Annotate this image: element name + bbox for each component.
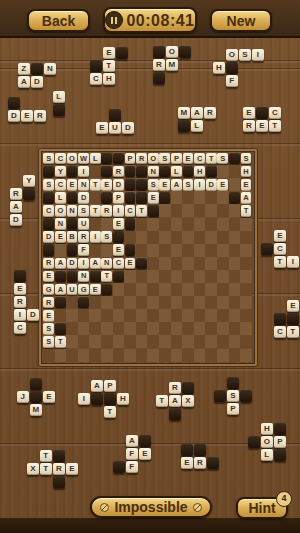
placed-letter-tile[interactable]: S	[148, 179, 159, 191]
piece-letter-tile[interactable]: T	[40, 450, 52, 462]
piece-letter-tile[interactable]: I	[287, 256, 299, 268]
placed-letter-tile[interactable]: S	[159, 153, 170, 165]
placed-black-tile[interactable]	[136, 258, 147, 270]
piece-letter-tile[interactable]: L	[53, 91, 65, 103]
board-cell	[229, 270, 241, 283]
board-cell	[229, 296, 241, 309]
placed-black-tile[interactable]	[55, 297, 66, 309]
board-cell	[205, 283, 217, 296]
placed-black-tile[interactable]	[125, 244, 136, 256]
placed-letter-tile[interactable]: S	[43, 323, 54, 335]
placed-letter-tile[interactable]: O	[55, 205, 66, 217]
placed-letter-tile[interactable]: A	[171, 179, 182, 191]
placed-letter-tile[interactable]: E	[113, 244, 124, 256]
hint-button[interactable]: Hint 4	[236, 497, 288, 519]
piece-black-tile[interactable]	[178, 120, 190, 132]
piece-letter-tile[interactable]: M	[178, 107, 190, 119]
placed-letter-tile[interactable]: H	[241, 166, 252, 178]
placed-black-tile[interactable]	[125, 179, 136, 191]
piece-letter-tile[interactable]: S	[239, 49, 251, 61]
piece-letter-tile[interactable]: R	[34, 110, 46, 122]
placed-letter-tile[interactable]: N	[67, 205, 78, 217]
placed-letter-tile[interactable]: E	[148, 192, 159, 204]
placed-letter-tile[interactable]: L	[171, 166, 182, 178]
placed-black-tile[interactable]	[136, 166, 147, 178]
piece-letter-tile[interactable]: C	[269, 107, 281, 119]
board-cell	[182, 296, 194, 309]
placed-letter-tile[interactable]: E	[90, 284, 101, 296]
piece-letter-tile[interactable]: R	[204, 107, 216, 119]
new-button[interactable]: New	[210, 9, 272, 32]
placed-letter-tile[interactable]: E	[183, 153, 194, 165]
piece-letter-tile[interactable]: X	[27, 463, 39, 475]
placed-letter-tile[interactable]: P	[171, 153, 182, 165]
placed-black-tile[interactable]	[101, 153, 112, 165]
placed-letter-tile[interactable]: S	[43, 336, 54, 348]
piece-black-tile[interactable]	[91, 393, 103, 405]
placed-letter-tile[interactable]: L	[55, 192, 66, 204]
placed-letter-tile[interactable]: C	[194, 153, 205, 165]
placed-black-tile[interactable]	[67, 192, 78, 204]
piece-letter-tile[interactable]: D	[8, 110, 20, 122]
board-cell	[101, 218, 113, 231]
placed-letter-tile[interactable]: S	[78, 205, 89, 217]
placed-letter-tile[interactable]: I	[78, 166, 89, 178]
placed-letter-tile[interactable]: A	[55, 258, 66, 270]
piece-letter-tile[interactable]: H	[103, 73, 115, 85]
placed-black-tile[interactable]	[43, 218, 54, 230]
piece-letter-tile[interactable]: I	[252, 49, 264, 61]
back-button[interactable]: Back	[27, 9, 90, 32]
placed-letter-tile[interactable]: T	[55, 336, 66, 348]
piece-letter-tile[interactable]: E	[21, 110, 33, 122]
placed-letter-tile[interactable]: D	[113, 179, 124, 191]
piece-letter-tile[interactable]: E	[139, 448, 151, 460]
placed-letter-tile[interactable]: H	[194, 166, 205, 178]
placed-letter-tile[interactable]: N	[55, 218, 66, 230]
piece-black-tile[interactable]	[116, 47, 128, 59]
board-cell	[194, 204, 206, 217]
placed-letter-tile[interactable]: W	[78, 153, 89, 165]
board-cell	[43, 349, 55, 362]
placed-black-tile[interactable]	[125, 218, 136, 230]
piece-black-tile[interactable]	[227, 377, 239, 389]
placed-black-tile[interactable]	[229, 153, 240, 165]
piece-black-tile[interactable]	[23, 188, 35, 200]
piece-black-tile[interactable]	[113, 461, 125, 473]
piece-black-tile[interactable]	[274, 423, 286, 435]
board-cell	[159, 204, 171, 217]
board-cell	[240, 335, 252, 348]
board-cell	[182, 335, 194, 348]
placed-black-tile[interactable]	[136, 192, 147, 204]
placed-letter-tile[interactable]: E	[217, 179, 228, 191]
board-cell	[229, 257, 241, 270]
piece-black-tile[interactable]	[194, 444, 206, 456]
placed-letter-tile[interactable]: D	[206, 179, 217, 191]
piece-black-tile[interactable]	[90, 60, 102, 72]
piece-letter-tile[interactable]: U	[109, 122, 121, 134]
piece-letter-tile[interactable]: P	[227, 403, 239, 415]
board-cell	[205, 257, 217, 270]
board-cell	[171, 283, 183, 296]
board-cell	[89, 165, 101, 178]
board-cell	[229, 309, 241, 322]
piece-letter-tile[interactable]: O	[261, 436, 273, 448]
board-cell	[217, 244, 229, 257]
placed-letter-tile[interactable]: T	[206, 153, 217, 165]
board-cell	[89, 218, 101, 231]
board-cell	[159, 218, 171, 231]
placed-letter-tile[interactable]: R	[101, 205, 112, 217]
board-cell	[194, 309, 206, 322]
piece-black-tile[interactable]	[261, 243, 273, 255]
placed-letter-tile[interactable]: C	[55, 179, 66, 191]
placed-letter-tile[interactable]: D	[43, 231, 54, 243]
piece-letter-tile[interactable]: H	[117, 393, 129, 405]
placed-letter-tile[interactable]: N	[101, 258, 112, 270]
piece-letter-tile[interactable]: T	[103, 60, 115, 72]
piece-letter-tile[interactable]: D	[10, 214, 22, 226]
placed-letter-tile[interactable]: B	[67, 231, 78, 243]
piece-letter-tile[interactable]: T	[287, 326, 299, 338]
piece-letter-tile[interactable]: A	[169, 395, 181, 407]
placed-black-tile[interactable]	[43, 244, 54, 256]
board-cell	[229, 165, 241, 178]
piece-letter-tile[interactable]: E	[274, 230, 286, 242]
piece-letter-tile[interactable]: L	[191, 120, 203, 132]
board-cell	[229, 244, 241, 257]
piece-letter-tile[interactable]: T	[104, 406, 116, 418]
placed-black-tile[interactable]	[113, 153, 124, 165]
placed-letter-tile[interactable]: E	[43, 271, 54, 283]
placed-black-tile[interactable]	[113, 231, 124, 243]
piece-letter-tile[interactable]: R	[243, 120, 255, 132]
piece-black-tile[interactable]	[181, 444, 193, 456]
piece-letter-tile[interactable]: C	[274, 243, 286, 255]
piece-letter-tile[interactable]: J	[17, 391, 29, 403]
board-cell	[194, 296, 206, 309]
piece-black-tile[interactable]	[53, 476, 65, 488]
placed-letter-tile[interactable]: E	[159, 179, 170, 191]
board-cell	[147, 257, 159, 270]
placed-letter-tile[interactable]: T	[90, 205, 101, 217]
piece-letter-tile[interactable]: O	[166, 46, 178, 58]
placed-letter-tile[interactable]: E	[113, 218, 124, 230]
placed-black-tile[interactable]	[67, 166, 78, 178]
piece-letter-tile[interactable]: R	[53, 463, 65, 475]
placed-letter-tile[interactable]: G	[43, 284, 54, 296]
piece-black-tile[interactable]	[207, 457, 219, 469]
piece-letter-tile[interactable]: R	[14, 296, 26, 308]
placed-black-tile[interactable]	[78, 297, 89, 309]
placed-black-tile[interactable]	[101, 192, 112, 204]
pause-icon[interactable]	[105, 11, 123, 29]
piece-black-tile[interactable]	[274, 313, 286, 325]
piece-letter-tile[interactable]: D	[122, 122, 134, 134]
placed-letter-tile[interactable]: C	[113, 258, 124, 270]
piece-black-tile[interactable]	[274, 449, 286, 461]
piece-letter-tile[interactable]: Y	[23, 175, 35, 187]
board-cell	[240, 322, 252, 335]
piece-letter-tile[interactable]: D	[27, 309, 39, 321]
placed-letter-tile[interactable]: O	[148, 153, 159, 165]
piece-letter-tile[interactable]: C	[14, 322, 26, 334]
placed-letter-tile[interactable]: S	[43, 179, 54, 191]
piece-black-tile[interactable]	[104, 393, 116, 405]
placed-letter-tile[interactable]: S	[101, 231, 112, 243]
placed-black-tile[interactable]	[125, 166, 136, 178]
piece-letter-tile[interactable]: H	[213, 62, 225, 74]
piece-letter-tile[interactable]: T	[269, 120, 281, 132]
placed-letter-tile[interactable]: P	[125, 153, 136, 165]
piece-black-tile[interactable]	[153, 72, 165, 84]
placed-letter-tile[interactable]: T	[90, 179, 101, 191]
placed-letter-tile[interactable]: S	[43, 153, 54, 165]
piece-letter-tile[interactable]: R	[194, 457, 206, 469]
piece-black-tile[interactable]	[287, 313, 299, 325]
placed-letter-tile[interactable]: A	[55, 284, 66, 296]
piece-letter-tile[interactable]: D	[31, 76, 43, 88]
placed-letter-tile[interactable]: T	[136, 205, 147, 217]
placed-letter-tile[interactable]: R	[78, 231, 89, 243]
piece-black-tile[interactable]	[109, 109, 121, 121]
placed-letter-tile[interactable]: D	[78, 192, 89, 204]
placed-black-tile[interactable]	[55, 271, 66, 283]
placed-black-tile[interactable]	[229, 192, 240, 204]
piece-black-tile[interactable]	[248, 436, 260, 448]
placed-black-tile[interactable]	[67, 218, 78, 230]
piece-letter-tile[interactable]: F	[126, 448, 138, 460]
board[interactable]: SCOWLPROSPECTSSYIRNLHHSCENTEDSEASIDEELDP…	[43, 152, 252, 362]
placed-black-tile[interactable]	[90, 271, 101, 283]
placed-letter-tile[interactable]: E	[101, 179, 112, 191]
placed-black-tile[interactable]	[159, 166, 170, 178]
piece-black-tile[interactable]	[30, 391, 42, 403]
board-cell	[217, 283, 229, 296]
screw-icon	[193, 503, 202, 512]
piece-black-tile[interactable]	[53, 450, 65, 462]
piece-letter-tile[interactable]: C	[90, 73, 102, 85]
piece-letter-tile[interactable]: A	[18, 76, 30, 88]
board-cell	[205, 218, 217, 231]
piece-black-tile[interactable]	[182, 382, 194, 394]
placed-black-tile[interactable]	[67, 244, 78, 256]
piece-letter-tile[interactable]: E	[14, 283, 26, 295]
piece-black-tile[interactable]	[256, 107, 268, 119]
board-cell	[240, 296, 252, 309]
placed-letter-tile[interactable]: R	[43, 258, 54, 270]
placed-letter-tile[interactable]: C	[43, 205, 54, 217]
piece-black-tile[interactable]	[8, 97, 20, 109]
placed-black-tile[interactable]	[113, 271, 124, 283]
board-cell	[182, 283, 194, 296]
board-cell	[229, 335, 241, 348]
placed-letter-tile[interactable]: Y	[55, 166, 66, 178]
piece-letter-tile[interactable]: A	[91, 380, 103, 392]
placed-black-tile[interactable]	[183, 166, 194, 178]
board-cell	[113, 335, 125, 348]
board-cell	[136, 322, 148, 335]
board-cell	[182, 204, 194, 217]
piece-black-tile[interactable]	[14, 270, 26, 282]
placed-letter-tile[interactable]: U	[78, 218, 89, 230]
piece-letter-tile[interactable]: E	[43, 391, 55, 403]
placed-black-tile[interactable]	[101, 166, 112, 178]
placed-black-tile[interactable]	[43, 192, 54, 204]
board-cell	[194, 283, 206, 296]
piece-letter-tile[interactable]: T	[274, 256, 286, 268]
board-cell	[89, 349, 101, 362]
placed-letter-tile[interactable]: I	[90, 231, 101, 243]
placed-letter-tile[interactable]: A	[90, 258, 101, 270]
piece-letter-tile[interactable]: E	[96, 122, 108, 134]
placed-letter-tile[interactable]: T	[241, 205, 252, 217]
difficulty-label: Impossible	[114, 498, 187, 517]
difficulty-button[interactable]: Impossible	[90, 496, 212, 518]
piece-letter-tile[interactable]: T	[156, 395, 168, 407]
placed-letter-tile[interactable]: N	[78, 271, 89, 283]
piece-letter-tile[interactable]: C	[274, 326, 286, 338]
board-cell	[136, 283, 148, 296]
board-cell	[194, 218, 206, 231]
placed-letter-tile[interactable]: C	[125, 205, 136, 217]
board-cell	[217, 349, 229, 362]
placed-black-tile[interactable]	[101, 284, 112, 296]
piece-letter-tile[interactable]: A	[10, 201, 22, 213]
placed-black-tile[interactable]	[206, 166, 217, 178]
piece-black-tile[interactable]	[179, 46, 191, 58]
piece-letter-tile[interactable]: R	[10, 188, 22, 200]
piece-black-tile[interactable]	[153, 46, 165, 58]
placed-black-tile[interactable]	[136, 179, 147, 191]
piece-letter-tile[interactable]: S	[227, 390, 239, 402]
placed-letter-tile[interactable]: G	[78, 284, 89, 296]
placed-black-tile[interactable]	[55, 323, 66, 335]
placed-letter-tile[interactable]: E	[67, 179, 78, 191]
piece-letter-tile[interactable]: P	[274, 436, 286, 448]
placed-black-tile[interactable]	[67, 271, 78, 283]
piece-letter-tile[interactable]: A	[191, 107, 203, 119]
piece-letter-tile[interactable]: Z	[18, 63, 30, 75]
board-cell	[171, 257, 183, 270]
board-cell	[159, 335, 171, 348]
piece-black-tile[interactable]	[31, 63, 43, 75]
placed-letter-tile[interactable]: U	[67, 284, 78, 296]
piece-black-tile[interactable]	[240, 390, 252, 402]
piece-letter-tile[interactable]: M	[166, 59, 178, 71]
placed-letter-tile[interactable]: E	[241, 179, 252, 191]
placed-letter-tile[interactable]: R	[43, 297, 54, 309]
piece-letter-tile[interactable]: L	[261, 449, 273, 461]
placed-black-tile[interactable]	[125, 192, 136, 204]
piece-letter-tile[interactable]: E	[287, 300, 299, 312]
piece-letter-tile[interactable]: F	[226, 75, 238, 87]
board-cell	[182, 218, 194, 231]
board-cell	[205, 244, 217, 257]
board-cell	[136, 296, 148, 309]
piece-letter-tile[interactable]: I	[14, 309, 26, 321]
piece-letter-tile[interactable]: E	[66, 463, 78, 475]
piece-black-tile[interactable]	[169, 408, 181, 420]
piece-black-tile[interactable]	[53, 104, 65, 116]
piece-letter-tile[interactable]: E	[103, 47, 115, 59]
placed-letter-tile[interactable]: R	[136, 153, 147, 165]
piece-letter-tile[interactable]: O	[226, 49, 238, 61]
board-cell	[229, 349, 241, 362]
placed-letter-tile[interactable]: T	[101, 271, 112, 283]
hint-count-badge: 4	[276, 491, 292, 507]
placed-black-tile[interactable]	[43, 166, 54, 178]
piece-letter-tile[interactable]: T	[40, 463, 52, 475]
board-cell	[89, 296, 101, 309]
placed-letter-tile[interactable]: I	[194, 179, 205, 191]
board-cell	[171, 322, 183, 335]
piece-letter-tile[interactable]: X	[182, 395, 194, 407]
placed-black-tile[interactable]	[148, 205, 159, 217]
placed-letter-tile[interactable]: L	[90, 153, 101, 165]
piece-letter-tile[interactable]: F	[126, 461, 138, 473]
piece-letter-tile[interactable]: M	[30, 404, 42, 416]
piece-letter-tile[interactable]: A	[126, 435, 138, 447]
placed-letter-tile[interactable]: E	[55, 231, 66, 243]
piece-black-tile[interactable]	[226, 62, 238, 74]
piece-black-tile[interactable]	[30, 378, 42, 390]
piece-letter-tile[interactable]: R	[169, 382, 181, 394]
piece-letter-tile[interactable]: I	[78, 393, 90, 405]
placed-letter-tile[interactable]: R	[113, 166, 124, 178]
piece-letter-tile[interactable]: E	[256, 120, 268, 132]
piece-letter-tile[interactable]: H	[261, 423, 273, 435]
piece-letter-tile[interactable]: R	[153, 59, 165, 71]
piece-black-tile[interactable]	[139, 435, 151, 447]
piece-letter-tile[interactable]: P	[104, 380, 116, 392]
piece-letter-tile[interactable]: E	[243, 107, 255, 119]
placed-letter-tile[interactable]: C	[55, 153, 66, 165]
placed-letter-tile[interactable]: E	[125, 258, 136, 270]
placed-letter-tile[interactable]: I	[78, 258, 89, 270]
placed-letter-tile[interactable]: S	[183, 179, 194, 191]
piece-letter-tile[interactable]: N	[44, 63, 56, 75]
board-cell	[217, 309, 229, 322]
board-cell	[124, 309, 136, 322]
board-cell	[229, 322, 241, 335]
piece-black-tile[interactable]	[214, 390, 226, 402]
placed-letter-tile[interactable]: E	[43, 310, 54, 322]
board-cell	[194, 257, 206, 270]
placed-letter-tile[interactable]: N	[148, 166, 159, 178]
placed-letter-tile[interactable]: F	[78, 244, 89, 256]
board-cell	[89, 322, 101, 335]
piece-letter-tile[interactable]: E	[181, 457, 193, 469]
board-cell	[171, 349, 183, 362]
placed-letter-tile[interactable]: I	[113, 205, 124, 217]
board-cell	[159, 231, 171, 244]
board-cell	[182, 322, 194, 335]
placed-letter-tile[interactable]: N	[78, 179, 89, 191]
board-cell	[101, 335, 113, 348]
placed-letter-tile[interactable]: O	[67, 153, 78, 165]
placed-letter-tile[interactable]: S	[217, 153, 228, 165]
board-cell	[55, 309, 67, 322]
placed-letter-tile[interactable]: S	[241, 153, 252, 165]
placed-letter-tile[interactable]: A	[241, 192, 252, 204]
placed-black-tile[interactable]	[159, 192, 170, 204]
placed-letter-tile[interactable]: P	[113, 192, 124, 204]
board-cell	[194, 322, 206, 335]
board-cell	[182, 244, 194, 257]
placed-letter-tile[interactable]: D	[67, 258, 78, 270]
